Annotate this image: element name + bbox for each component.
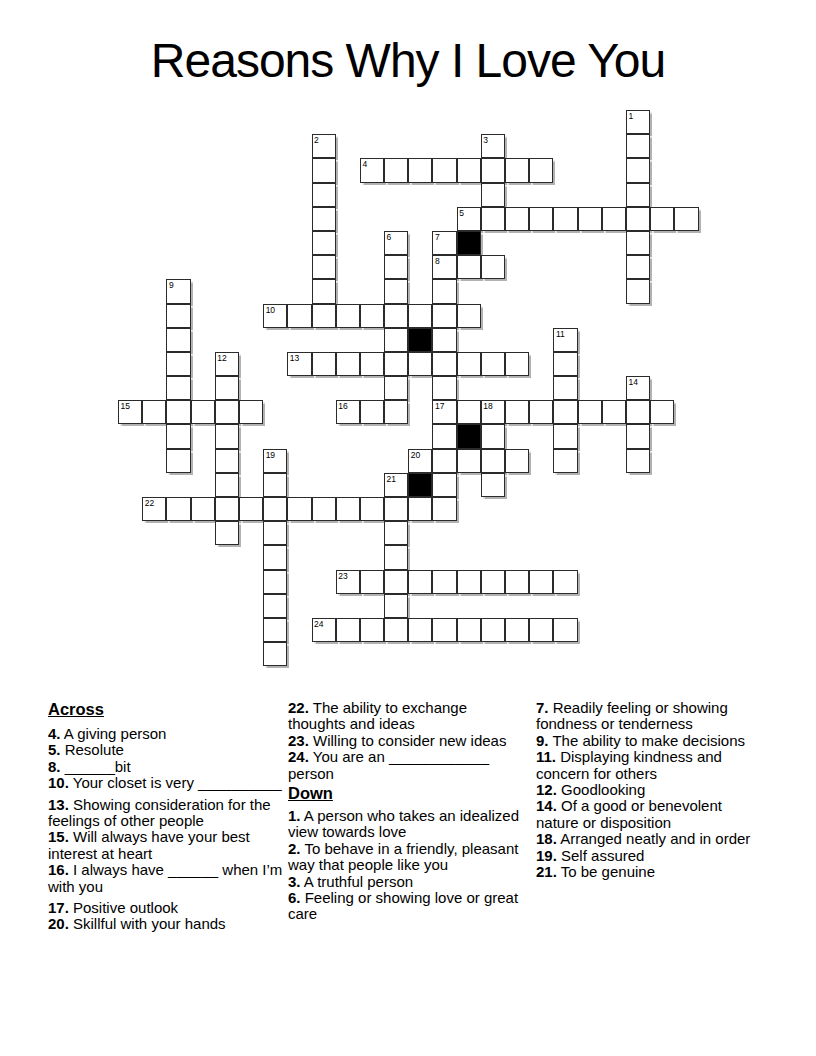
clue-number: 16. — [48, 861, 69, 878]
grid-cell[interactable] — [336, 304, 360, 328]
grid-cell[interactable]: 3 — [481, 134, 505, 158]
clue-item: 18. Arranged neatly and in order — [536, 831, 764, 847]
grid-cell[interactable] — [602, 400, 626, 424]
grid-cell[interactable] — [481, 158, 505, 182]
cell-number: 21 — [387, 474, 396, 484]
clue-number: 9. — [536, 732, 549, 749]
grid-cell[interactable] — [239, 497, 263, 521]
grid-cell[interactable] — [215, 424, 239, 448]
cell-number: 1 — [628, 111, 633, 121]
grid-cell[interactable] — [553, 207, 577, 231]
clue-item: 12. Goodlooking — [536, 782, 764, 798]
clue-item: 4. A giving person — [48, 726, 285, 742]
grid-cell[interactable] — [481, 618, 505, 642]
clue-item: 5. Resolute — [48, 742, 285, 758]
grid-cell[interactable] — [432, 328, 456, 352]
grid-cell[interactable] — [650, 207, 674, 231]
grid-cell[interactable] — [215, 521, 239, 545]
grid-cell[interactable]: 17 — [432, 400, 456, 424]
cell-number: 17 — [435, 401, 444, 411]
cell-number: 3 — [483, 135, 488, 145]
grid-cell[interactable] — [312, 304, 336, 328]
grid-cell[interactable] — [505, 618, 529, 642]
clue-number: 8. — [48, 758, 61, 775]
grid-cell[interactable] — [457, 352, 481, 376]
grid-cell[interactable] — [312, 279, 336, 303]
grid-cell[interactable] — [263, 642, 287, 666]
grid-cell[interactable] — [408, 618, 432, 642]
cell-number: 13 — [290, 353, 299, 363]
grid-cell[interactable] — [312, 207, 336, 231]
grid-cell[interactable]: 7 — [432, 231, 456, 255]
grid-cell[interactable] — [263, 497, 287, 521]
grid-cell[interactable] — [166, 376, 190, 400]
blocked-cell — [457, 424, 481, 448]
grid-cell[interactable] — [384, 352, 408, 376]
grid-cell[interactable] — [553, 424, 577, 448]
clue-number: 12. — [536, 781, 557, 798]
grid-cell[interactable]: 23 — [336, 570, 360, 594]
grid-cell[interactable] — [481, 424, 505, 448]
grid-cell[interactable] — [650, 400, 674, 424]
crossword-page: Reasons Why I Love You 12345678910111213… — [0, 0, 816, 1056]
grid-cell[interactable] — [336, 352, 360, 376]
grid-cell[interactable] — [239, 400, 263, 424]
grid-cell[interactable] — [384, 497, 408, 521]
clue-number: 15. — [48, 828, 69, 845]
clue-item: 20. Skillful with your hands — [48, 916, 285, 932]
grid-cell[interactable] — [432, 352, 456, 376]
grid-cell[interactable] — [529, 618, 553, 642]
grid-cell[interactable] — [457, 304, 481, 328]
clue-number: 11. — [536, 748, 556, 765]
grid-cell[interactable]: 14 — [626, 376, 650, 400]
grid-cell[interactable] — [432, 570, 456, 594]
grid-cell[interactable]: 8 — [432, 255, 456, 279]
grid-cell[interactable] — [384, 304, 408, 328]
clue-number: 5. — [48, 741, 61, 758]
grid-cell[interactable] — [626, 255, 650, 279]
grid-cell[interactable] — [626, 279, 650, 303]
grid-cell[interactable] — [263, 473, 287, 497]
grid-cell[interactable]: 15 — [118, 400, 142, 424]
grid-cell[interactable] — [384, 400, 408, 424]
grid-cell[interactable] — [384, 618, 408, 642]
grid-cell[interactable] — [529, 400, 553, 424]
clue-number: 17. — [48, 899, 69, 916]
cell-number: 7 — [435, 232, 440, 242]
blocked-cell — [408, 473, 432, 497]
grid-cell[interactable] — [312, 352, 336, 376]
grid-cell[interactable] — [384, 570, 408, 594]
cell-number: 23 — [338, 571, 347, 581]
clue-item: 22. The ability to exchange thoughts and… — [288, 700, 528, 733]
puzzle-title: Reasons Why I Love You — [0, 33, 816, 88]
grid-cell[interactable] — [626, 400, 650, 424]
grid-cell[interactable] — [481, 473, 505, 497]
clue-item: 21. To be genuine — [536, 864, 764, 880]
grid-cell[interactable]: 16 — [336, 400, 360, 424]
grid-cell[interactable] — [408, 352, 432, 376]
grid-cell[interactable]: 4 — [360, 158, 384, 182]
clues-column-3: 7. Readily feeling or showing fondness o… — [536, 700, 764, 880]
grid-cell[interactable] — [384, 521, 408, 545]
grid-cell[interactable] — [384, 328, 408, 352]
grid-cell[interactable]: 10 — [263, 304, 287, 328]
grid-cell[interactable] — [384, 255, 408, 279]
clue-item: 23. Willing to consider new ideas — [288, 733, 528, 749]
grid-cell[interactable] — [384, 279, 408, 303]
clue-number: 19. — [536, 847, 557, 864]
cell-number: 4 — [362, 159, 367, 169]
grid-cell[interactable] — [360, 352, 384, 376]
grid-cell[interactable] — [408, 158, 432, 182]
clue-item: 7. Readily feeling or showing fondness o… — [536, 700, 764, 733]
down-header: Down — [288, 784, 528, 803]
grid-cell[interactable] — [263, 618, 287, 642]
grid-cell[interactable] — [553, 570, 577, 594]
grid-cell[interactable] — [457, 158, 481, 182]
clue-number: 24. — [288, 748, 309, 765]
grid-cell[interactable] — [553, 449, 577, 473]
cell-number: 2 — [314, 135, 319, 145]
grid-cell[interactable] — [505, 570, 529, 594]
grid-cell[interactable] — [457, 570, 481, 594]
grid-cell[interactable] — [529, 158, 553, 182]
grid-cell[interactable] — [336, 618, 360, 642]
grid-cell[interactable] — [432, 158, 456, 182]
grid-cell[interactable] — [166, 449, 190, 473]
grid-cell[interactable] — [457, 400, 481, 424]
grid-cell[interactable] — [384, 158, 408, 182]
grid-cell[interactable]: 9 — [166, 279, 190, 303]
clue-item: 9. The ability to make decisions — [536, 733, 764, 749]
clue-number: 18. — [536, 830, 557, 847]
grid-cell[interactable] — [505, 449, 529, 473]
grid-cell[interactable] — [432, 279, 456, 303]
clue-number: 13. — [48, 796, 69, 813]
grid-cell[interactable] — [166, 328, 190, 352]
grid-cell[interactable] — [505, 158, 529, 182]
grid-cell[interactable] — [578, 400, 602, 424]
grid-cell[interactable] — [626, 134, 650, 158]
grid-cell[interactable] — [432, 497, 456, 521]
grid-cell[interactable] — [481, 255, 505, 279]
grid-cell[interactable]: 12 — [215, 352, 239, 376]
grid-cell[interactable] — [481, 207, 505, 231]
grid-cell[interactable]: 24 — [312, 618, 336, 642]
clue-number: 1. — [288, 807, 301, 824]
grid-cell[interactable] — [215, 449, 239, 473]
clue-number: 23. — [288, 732, 309, 749]
grid-cell[interactable] — [481, 449, 505, 473]
grid-cell[interactable] — [384, 545, 408, 569]
grid-cell[interactable] — [384, 594, 408, 618]
grid-cell[interactable]: 2 — [312, 134, 336, 158]
grid-cell[interactable] — [626, 449, 650, 473]
clue-number: 2. — [288, 840, 301, 857]
grid-cell[interactable] — [578, 207, 602, 231]
grid-cell[interactable] — [553, 352, 577, 376]
clue-number: 6. — [288, 889, 301, 906]
grid-cell[interactable] — [674, 207, 698, 231]
grid-cell[interactable] — [360, 570, 384, 594]
grid-cell[interactable] — [529, 570, 553, 594]
clues-column-1: Across4. A giving person5. Resolute8. __… — [48, 700, 285, 933]
cell-number: 12 — [217, 353, 226, 363]
grid-cell[interactable] — [215, 497, 239, 521]
grid-cell[interactable]: 20 — [408, 449, 432, 473]
cell-number: 11 — [556, 329, 565, 339]
grid-cell[interactable] — [481, 183, 505, 207]
grid-cell[interactable] — [481, 570, 505, 594]
grid-cell[interactable] — [432, 304, 456, 328]
clue-item: 16. I always have ______ when I’m with y… — [48, 862, 285, 895]
clue-number: 3. — [288, 873, 301, 890]
grid-cell[interactable] — [166, 424, 190, 448]
grid-cell[interactable] — [360, 400, 384, 424]
grid-cell[interactable]: 19 — [263, 449, 287, 473]
grid-cell[interactable] — [553, 376, 577, 400]
grid-cell[interactable] — [457, 255, 481, 279]
grid-cell[interactable] — [505, 207, 529, 231]
grid-cell[interactable] — [287, 304, 311, 328]
grid-cell[interactable] — [408, 497, 432, 521]
grid-cell[interactable] — [408, 304, 432, 328]
grid-cell[interactable] — [142, 400, 166, 424]
clue-item: 8. ______bit — [48, 759, 285, 775]
grid-cell[interactable] — [312, 497, 336, 521]
blocked-cell — [408, 328, 432, 352]
grid-cell[interactable] — [360, 497, 384, 521]
clue-item: 17. Positive outlook — [48, 900, 285, 916]
clue-item: 6. Feeling or showing love or great care — [288, 890, 528, 923]
grid-cell[interactable] — [553, 618, 577, 642]
grid-cell[interactable] — [263, 521, 287, 545]
cell-number: 6 — [387, 232, 392, 242]
clue-item: 3. A truthful person — [288, 874, 528, 890]
grid-cell[interactable] — [432, 424, 456, 448]
cell-number: 16 — [338, 401, 347, 411]
grid-cell[interactable]: 13 — [287, 352, 311, 376]
grid-cell[interactable] — [384, 376, 408, 400]
grid-cell[interactable]: 18 — [481, 400, 505, 424]
grid-cell[interactable] — [481, 352, 505, 376]
clue-number: 22. — [288, 699, 309, 716]
grid-cell[interactable]: 22 — [142, 497, 166, 521]
grid-cell[interactable] — [215, 376, 239, 400]
grid-cell[interactable] — [263, 545, 287, 569]
grid-cell[interactable] — [457, 449, 481, 473]
grid-cell[interactable] — [166, 497, 190, 521]
grid-cell[interactable] — [336, 497, 360, 521]
grid-cell[interactable] — [215, 400, 239, 424]
clue-item: 2. To behave in a friendly, pleasant way… — [288, 841, 528, 874]
clue-number: 7. — [536, 699, 549, 716]
grid-cell[interactable] — [626, 183, 650, 207]
grid-cell[interactable] — [166, 304, 190, 328]
cell-number: 10 — [266, 305, 275, 315]
cell-number: 18 — [483, 401, 492, 411]
grid-cell[interactable] — [602, 207, 626, 231]
grid-cell[interactable] — [312, 183, 336, 207]
grid-cell[interactable] — [529, 207, 553, 231]
cell-number: 22 — [145, 498, 154, 508]
grid-cell[interactable] — [191, 400, 215, 424]
grid-cell[interactable] — [166, 400, 190, 424]
cell-number: 14 — [628, 377, 637, 387]
cell-number: 8 — [435, 256, 440, 266]
cell-number: 15 — [121, 401, 130, 411]
across-header: Across — [48, 700, 285, 719]
grid-cell[interactable] — [432, 449, 456, 473]
cell-number: 24 — [314, 619, 323, 629]
clue-item: 10. Your closet is very __________ — [48, 775, 285, 791]
grid-cell[interactable] — [408, 570, 432, 594]
grid-cell[interactable] — [191, 497, 215, 521]
grid-cell[interactable] — [626, 207, 650, 231]
grid-cell[interactable] — [287, 497, 311, 521]
clue-item: 1. A person who takes an idealized view … — [288, 808, 528, 841]
grid-cell[interactable] — [505, 352, 529, 376]
grid-cell[interactable] — [263, 594, 287, 618]
clue-item: 13. Showing consideration for the feelin… — [48, 797, 285, 830]
grid-cell[interactable] — [215, 473, 239, 497]
grid-cell[interactable] — [432, 618, 456, 642]
grid-cell[interactable] — [166, 352, 190, 376]
grid-cell[interactable] — [263, 570, 287, 594]
grid-cell[interactable] — [626, 424, 650, 448]
grid-cell[interactable] — [626, 231, 650, 255]
grid-cell[interactable] — [505, 400, 529, 424]
grid-cell[interactable] — [626, 158, 650, 182]
grid-cell[interactable] — [432, 473, 456, 497]
clues-column-2: 22. The ability to exchange thoughts and… — [288, 700, 528, 923]
grid-cell[interactable] — [312, 255, 336, 279]
grid-cell[interactable]: 1 — [626, 110, 650, 134]
clue-number: 10. — [48, 774, 69, 791]
grid-cell[interactable]: 11 — [553, 328, 577, 352]
clue-item: 24. You are an ____________ person — [288, 749, 528, 782]
clue-number: 14. — [536, 797, 557, 814]
crossword-grid: 123456789101112131415161718192021222324 — [118, 110, 699, 666]
grid-cell[interactable] — [432, 376, 456, 400]
clue-item: 11. Displaying kindness and concern for … — [536, 749, 764, 782]
clue-number: 4. — [48, 725, 61, 742]
clue-item: 14. Of a good or benevolent nature or di… — [536, 798, 764, 831]
grid-cell[interactable] — [457, 618, 481, 642]
clue-number: 20. — [48, 915, 69, 932]
grid-cell[interactable]: 5 — [457, 207, 481, 231]
cell-number: 20 — [411, 450, 420, 460]
grid-cell[interactable] — [360, 618, 384, 642]
clue-item: 15. Will always have your best interest … — [48, 829, 285, 862]
grid-cell[interactable] — [553, 400, 577, 424]
grid-cell[interactable]: 21 — [384, 473, 408, 497]
cell-number: 19 — [266, 450, 275, 460]
clue-item: 19. Self assured — [536, 848, 764, 864]
cell-number: 9 — [169, 280, 174, 290]
grid-cell[interactable] — [312, 158, 336, 182]
clue-number: 21. — [536, 863, 557, 880]
grid-cell[interactable] — [360, 304, 384, 328]
grid-cell[interactable]: 6 — [384, 231, 408, 255]
grid-cell[interactable] — [312, 231, 336, 255]
cell-number: 5 — [459, 208, 464, 218]
blocked-cell — [457, 231, 481, 255]
